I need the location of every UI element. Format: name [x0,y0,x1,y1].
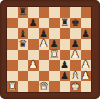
black-queen-b5: ♛ [18,39,27,49]
square-g2[interactable]: ♝ [70,71,81,82]
square-d7[interactable] [39,18,50,29]
square-b1[interactable] [18,81,29,92]
square-d3[interactable] [39,60,50,71]
square-f2[interactable]: ♟ [60,71,71,82]
square-c2[interactable] [28,71,39,82]
square-b2[interactable] [18,71,29,82]
square-f8[interactable] [60,7,71,18]
square-b4[interactable] [18,50,29,61]
white-rook-a1: ♜ [8,81,17,91]
square-d4[interactable] [39,50,50,61]
black-pawn-d6: ♟ [39,28,48,38]
square-h8[interactable] [81,7,92,18]
square-d1[interactable]: ♛ [39,81,50,92]
square-f7[interactable]: ♜ [60,18,71,29]
square-b3[interactable] [18,60,29,71]
square-e2[interactable] [49,71,60,82]
square-b5[interactable]: ♛ [18,39,29,50]
square-a2[interactable] [7,71,18,82]
square-b7[interactable] [18,18,29,29]
square-h3[interactable]: ♟ [81,60,92,71]
white-pawn-g4: ♟ [71,49,80,59]
square-b6[interactable]: ♝ [18,28,29,39]
black-pawn-f3: ♟ [60,60,69,70]
square-g7[interactable]: ♚ [70,18,81,29]
black-rook-b8: ♜ [18,7,27,17]
square-f6[interactable] [60,28,71,39]
square-h4[interactable] [81,50,92,61]
white-pawn-h2: ♟ [81,71,90,81]
black-pawn-f2: ♟ [60,71,69,81]
square-a8[interactable] [7,7,18,18]
black-pawn-e5: ♟ [50,39,59,49]
white-queen-d1: ♛ [39,81,48,91]
square-d8[interactable] [39,7,50,18]
black-pawn-g5: ♟ [71,39,80,49]
square-h1[interactable] [81,81,92,92]
square-c8[interactable] [28,7,39,18]
square-g5[interactable]: ♟ [70,39,81,50]
square-c3[interactable]: ♟ [28,60,39,71]
square-h5[interactable] [81,39,92,50]
square-f3[interactable]: ♟ [60,60,71,71]
square-c6[interactable] [28,28,39,39]
black-king-g7: ♚ [71,17,80,27]
square-e3[interactable] [49,60,60,71]
square-e1[interactable] [49,81,60,92]
black-rook-f7: ♜ [60,17,69,27]
square-g3[interactable] [70,60,81,71]
square-e8[interactable] [49,7,60,18]
square-e4[interactable]: ♜ [49,50,60,61]
square-f1[interactable] [60,81,71,92]
chess-board: ♜♟♜♚♝♟♟♛♟♟♟♜♟♟♟♟♟♝♟♜♛♚ [7,7,91,92]
black-pawn-c7: ♟ [29,17,38,27]
square-d2[interactable] [39,71,50,82]
square-a5[interactable] [7,39,18,50]
square-a1[interactable]: ♜ [7,81,18,92]
square-g6[interactable] [70,28,81,39]
square-e6[interactable] [49,28,60,39]
square-a7[interactable] [7,18,18,29]
white-pawn-h3: ♟ [81,60,90,70]
square-a3[interactable] [7,60,18,71]
square-g8[interactable] [70,7,81,18]
square-c4[interactable] [28,50,39,61]
square-a4[interactable] [7,50,18,61]
black-pawn-h6: ♟ [81,28,90,38]
white-bishop-g2: ♝ [71,71,80,81]
chess-diagram: ♜♟♜♚♝♟♟♛♟♟♟♜♟♟♟♟♟♝♟♜♛♚ [0,0,100,99]
square-e7[interactable] [49,18,60,29]
square-h7[interactable] [81,18,92,29]
white-pawn-d5: ♟ [39,39,48,49]
white-rook-e4: ♜ [50,49,59,59]
white-king-g1: ♚ [71,81,80,91]
square-c1[interactable] [28,81,39,92]
black-bishop-b6: ♝ [18,28,27,38]
square-h2[interactable]: ♟ [81,71,92,82]
square-g4[interactable]: ♟ [70,50,81,61]
square-b8[interactable]: ♜ [18,7,29,18]
square-g1[interactable]: ♚ [70,81,81,92]
square-c5[interactable] [28,39,39,50]
square-d5[interactable]: ♟ [39,39,50,50]
square-a6[interactable] [7,28,18,39]
square-f4[interactable] [60,50,71,61]
white-pawn-c3: ♟ [29,60,38,70]
square-c7[interactable]: ♟ [28,18,39,29]
square-e5[interactable]: ♟ [49,39,60,50]
square-f5[interactable] [60,39,71,50]
square-h6[interactable]: ♟ [81,28,92,39]
square-d6[interactable]: ♟ [39,28,50,39]
